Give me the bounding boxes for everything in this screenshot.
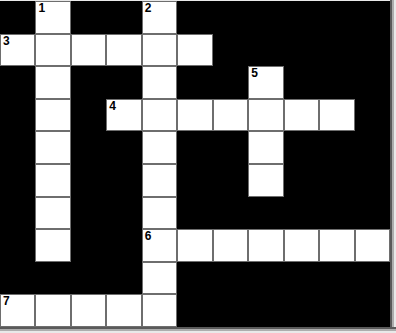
cell-r1c4[interactable] xyxy=(142,34,177,67)
black-cell-r0c2 xyxy=(71,1,106,34)
black-cell-r2c6 xyxy=(213,66,248,99)
cell-r7c6[interactable] xyxy=(213,229,248,262)
black-cell-r1c6 xyxy=(213,34,248,67)
black-cell-r4c0 xyxy=(0,131,35,164)
black-cell-r2c3 xyxy=(106,66,141,99)
cell-r9c2[interactable] xyxy=(71,294,106,327)
cell-r2c4[interactable] xyxy=(142,66,177,99)
black-cell-r0c6 xyxy=(213,1,248,34)
cell-r2c7[interactable]: 5 xyxy=(248,66,283,99)
cell-r9c3[interactable] xyxy=(106,294,141,327)
cell-r7c7[interactable] xyxy=(248,229,283,262)
black-cell-r5c9 xyxy=(319,164,354,197)
black-cell-r5c6 xyxy=(213,164,248,197)
black-cell-r9c7 xyxy=(248,294,283,327)
black-cell-r8c10 xyxy=(355,262,390,295)
black-cell-r0c8 xyxy=(284,1,319,34)
cell-r3c7[interactable] xyxy=(248,99,283,132)
black-cell-r4c6 xyxy=(213,131,248,164)
black-cell-r0c10 xyxy=(355,1,390,34)
cell-r5c7[interactable] xyxy=(248,164,283,197)
cell-r6c1[interactable] xyxy=(35,197,70,230)
frame-bottom-shadow xyxy=(0,327,396,333)
cell-r4c4[interactable] xyxy=(142,131,177,164)
black-cell-r6c9 xyxy=(319,197,354,230)
clue-number-3: 3 xyxy=(3,35,10,48)
black-cell-r9c9 xyxy=(319,294,354,327)
cell-r7c9[interactable] xyxy=(319,229,354,262)
black-cell-r2c10 xyxy=(355,66,390,99)
cell-r7c1[interactable] xyxy=(35,229,70,262)
cell-r6c4[interactable] xyxy=(142,197,177,230)
black-cell-r4c3 xyxy=(106,131,141,164)
cell-r7c10[interactable] xyxy=(355,229,390,262)
black-cell-r9c5 xyxy=(177,294,212,327)
clue-number-2: 2 xyxy=(145,2,152,15)
black-cell-r3c10 xyxy=(355,99,390,132)
frame-right-shadow xyxy=(390,0,396,333)
black-cell-r0c5 xyxy=(177,1,212,34)
black-cell-r8c5 xyxy=(177,262,212,295)
black-cell-r0c0 xyxy=(0,1,35,34)
black-cell-r6c7 xyxy=(248,197,283,230)
cell-r4c7[interactable] xyxy=(248,131,283,164)
clue-number-4: 4 xyxy=(109,100,116,113)
black-cell-r1c10 xyxy=(355,34,390,67)
black-cell-r6c5 xyxy=(177,197,212,230)
black-cell-r5c5 xyxy=(177,164,212,197)
black-cell-r1c8 xyxy=(284,34,319,67)
black-cell-r7c2 xyxy=(71,229,106,262)
black-cell-r8c1 xyxy=(35,262,70,295)
cell-r1c0[interactable]: 3 xyxy=(0,34,35,67)
black-cell-r8c3 xyxy=(106,262,141,295)
cell-r3c4[interactable] xyxy=(142,99,177,132)
black-cell-r8c8 xyxy=(284,262,319,295)
cell-r9c1[interactable] xyxy=(35,294,70,327)
cell-r0c4[interactable]: 2 xyxy=(142,1,177,34)
cell-r7c4[interactable]: 6 xyxy=(142,229,177,262)
black-cell-r4c10 xyxy=(355,131,390,164)
clue-number-6: 6 xyxy=(145,230,152,243)
black-cell-r4c5 xyxy=(177,131,212,164)
black-cell-r7c0 xyxy=(0,229,35,262)
black-cell-r4c8 xyxy=(284,131,319,164)
clue-number-5: 5 xyxy=(251,67,258,80)
black-cell-r3c2 xyxy=(71,99,106,132)
cell-r3c5[interactable] xyxy=(177,99,212,132)
black-cell-r6c0 xyxy=(0,197,35,230)
cell-r3c9[interactable] xyxy=(319,99,354,132)
black-cell-r2c2 xyxy=(71,66,106,99)
cell-r0c1[interactable]: 1 xyxy=(35,1,70,34)
black-cell-r6c2 xyxy=(71,197,106,230)
black-cell-r0c3 xyxy=(106,1,141,34)
cell-r1c2[interactable] xyxy=(71,34,106,67)
cell-r2c1[interactable] xyxy=(35,66,70,99)
cell-r3c3[interactable]: 4 xyxy=(106,99,141,132)
black-cell-r6c10 xyxy=(355,197,390,230)
cell-r5c4[interactable] xyxy=(142,164,177,197)
black-cell-r8c2 xyxy=(71,262,106,295)
black-cell-r5c8 xyxy=(284,164,319,197)
black-cell-r6c8 xyxy=(284,197,319,230)
black-cell-r0c9 xyxy=(319,1,354,34)
black-cell-r5c10 xyxy=(355,164,390,197)
cell-r7c8[interactable] xyxy=(284,229,319,262)
black-cell-r4c2 xyxy=(71,131,106,164)
black-cell-r0c7 xyxy=(248,1,283,34)
cell-r9c0[interactable]: 7 xyxy=(0,294,35,327)
black-cell-r5c2 xyxy=(71,164,106,197)
black-cell-r6c3 xyxy=(106,197,141,230)
cell-r3c6[interactable] xyxy=(213,99,248,132)
black-cell-r2c5 xyxy=(177,66,212,99)
clue-number-7: 7 xyxy=(3,295,10,308)
black-cell-r9c10 xyxy=(355,294,390,327)
cell-r3c8[interactable] xyxy=(284,99,319,132)
black-cell-r1c7 xyxy=(248,34,283,67)
black-cell-r8c0 xyxy=(0,262,35,295)
black-cell-r8c7 xyxy=(248,262,283,295)
black-cell-r8c9 xyxy=(319,262,354,295)
cell-r7c5[interactable] xyxy=(177,229,212,262)
black-cell-r7c3 xyxy=(106,229,141,262)
black-cell-r5c0 xyxy=(0,164,35,197)
crossword-screenshot: 1235467 xyxy=(0,0,396,333)
black-cell-r6c6 xyxy=(213,197,248,230)
black-cell-r3c0 xyxy=(0,99,35,132)
black-cell-r1c9 xyxy=(319,34,354,67)
black-cell-r2c8 xyxy=(284,66,319,99)
black-cell-r9c6 xyxy=(213,294,248,327)
cell-r1c1[interactable] xyxy=(35,34,70,67)
black-cell-r8c6 xyxy=(213,262,248,295)
black-cell-r4c9 xyxy=(319,131,354,164)
cell-r5c1[interactable] xyxy=(35,164,70,197)
cell-r1c5[interactable] xyxy=(177,34,212,67)
black-cell-r2c0 xyxy=(0,66,35,99)
crossword-grid: 1235467 xyxy=(0,1,390,327)
cell-r3c1[interactable] xyxy=(35,99,70,132)
black-cell-r2c9 xyxy=(319,66,354,99)
black-cell-r5c3 xyxy=(106,164,141,197)
clue-number-1: 1 xyxy=(38,2,45,15)
black-cell-r9c8 xyxy=(284,294,319,327)
cell-r8c4[interactable] xyxy=(142,262,177,295)
cell-r9c4[interactable] xyxy=(142,294,177,327)
cell-r4c1[interactable] xyxy=(35,131,70,164)
cell-r1c3[interactable] xyxy=(106,34,141,67)
